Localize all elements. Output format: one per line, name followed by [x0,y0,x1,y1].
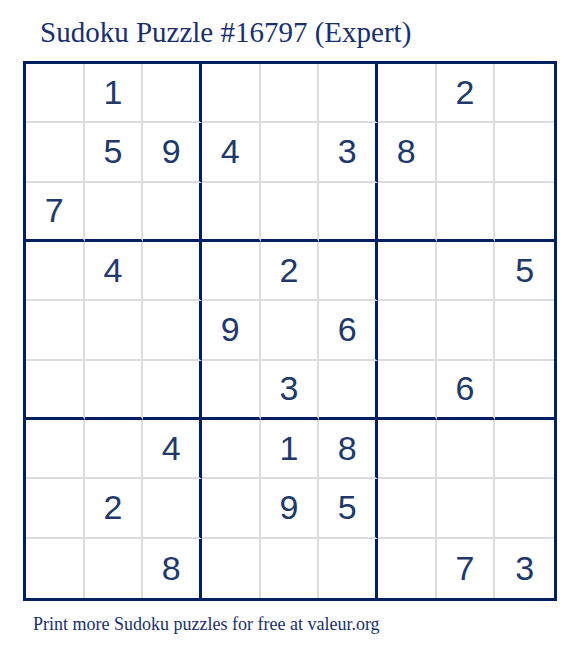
cell-r7c8 [437,420,496,479]
cell-r3c7 [378,183,437,242]
cell-r5c6: 6 [319,301,378,360]
cell-r7c5: 1 [261,420,320,479]
cell-r7c1 [26,420,85,479]
cell-r9c7 [378,539,437,598]
cell-r6c5: 3 [261,361,320,420]
cell-r8c3 [143,479,202,538]
cell-r9c6 [319,539,378,598]
cell-r9c2 [85,539,144,598]
cell-r6c6 [319,361,378,420]
page-title: Sudoku Puzzle #16797 (Expert) [40,16,411,49]
cell-r7c2 [85,420,144,479]
cell-r6c2 [85,361,144,420]
cell-r5c9 [495,301,554,360]
cell-r2c5 [261,123,320,182]
cell-r7c9 [495,420,554,479]
cell-r6c8: 6 [437,361,496,420]
footer-text: Print more Sudoku puzzles for free at va… [33,614,380,635]
cell-r8c9 [495,479,554,538]
cell-r4c5: 2 [261,242,320,301]
cell-r8c7 [378,479,437,538]
cell-r1c7 [378,64,437,123]
cell-r7c7 [378,420,437,479]
cell-r9c8: 7 [437,539,496,598]
cell-r3c4 [202,183,261,242]
cell-r5c7 [378,301,437,360]
cell-r6c1 [26,361,85,420]
cell-r4c6 [319,242,378,301]
cell-r4c4 [202,242,261,301]
cell-r8c5: 9 [261,479,320,538]
cell-r4c2: 4 [85,242,144,301]
cell-r4c9: 5 [495,242,554,301]
cell-r2c7: 8 [378,123,437,182]
cell-r7c3: 4 [143,420,202,479]
cell-r5c1 [26,301,85,360]
cell-r3c3 [143,183,202,242]
cell-r4c8 [437,242,496,301]
cell-r2c4: 4 [202,123,261,182]
cell-r6c4 [202,361,261,420]
cell-r5c3 [143,301,202,360]
cell-r4c1 [26,242,85,301]
cell-r8c8 [437,479,496,538]
cell-r2c2: 5 [85,123,144,182]
cell-r8c2: 2 [85,479,144,538]
cell-r8c4 [202,479,261,538]
cell-r3c1: 7 [26,183,85,242]
cell-r8c1 [26,479,85,538]
cell-r2c6: 3 [319,123,378,182]
cell-r5c4: 9 [202,301,261,360]
cell-r7c4 [202,420,261,479]
cell-r4c3 [143,242,202,301]
cell-r9c9: 3 [495,539,554,598]
cell-r5c8 [437,301,496,360]
cell-r3c6 [319,183,378,242]
cell-r3c9 [495,183,554,242]
cell-r5c5 [261,301,320,360]
cell-r9c3: 8 [143,539,202,598]
cell-r2c1 [26,123,85,182]
cell-r1c5 [261,64,320,123]
cell-r1c3 [143,64,202,123]
cell-r9c1 [26,539,85,598]
cell-r9c4 [202,539,261,598]
cell-r3c5 [261,183,320,242]
cell-r6c7 [378,361,437,420]
cell-r3c8 [437,183,496,242]
cell-r9c5 [261,539,320,598]
cell-r1c2: 1 [85,64,144,123]
sudoku-board: 125943874259636418295873 [23,61,557,601]
cell-r1c1 [26,64,85,123]
cell-r1c9 [495,64,554,123]
cell-r1c6 [319,64,378,123]
sudoku-page: Sudoku Puzzle #16797 (Expert) 1259438742… [0,0,580,651]
cell-r2c8 [437,123,496,182]
cell-r1c8: 2 [437,64,496,123]
cell-r2c9 [495,123,554,182]
cell-r8c6: 5 [319,479,378,538]
cell-r7c6: 8 [319,420,378,479]
cell-r3c2 [85,183,144,242]
cell-r6c3 [143,361,202,420]
cell-r1c4 [202,64,261,123]
cell-r2c3: 9 [143,123,202,182]
cell-r6c9 [495,361,554,420]
cell-r4c7 [378,242,437,301]
cell-r5c2 [85,301,144,360]
